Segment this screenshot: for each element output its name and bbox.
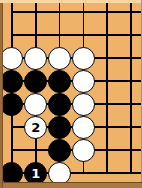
board-cell[interactable] bbox=[119, 116, 142, 139]
board-cell[interactable] bbox=[0, 24, 24, 47]
board-frame-bottom bbox=[0, 182, 142, 188]
board-cell[interactable] bbox=[95, 139, 119, 162]
board-cell[interactable] bbox=[71, 47, 95, 70]
board-cell[interactable] bbox=[71, 93, 95, 116]
board-cell[interactable] bbox=[24, 24, 48, 47]
move-number: 2 bbox=[31, 121, 40, 134]
board-cell[interactable] bbox=[0, 70, 24, 93]
board-cell[interactable] bbox=[0, 139, 24, 162]
white-stone bbox=[72, 70, 95, 93]
white-stone bbox=[72, 139, 95, 162]
white-stone bbox=[0, 47, 23, 70]
board-cell[interactable] bbox=[48, 116, 72, 139]
white-stone bbox=[24, 47, 47, 70]
board-intersections: 21 bbox=[0, 1, 142, 185]
black-stone bbox=[48, 93, 71, 116]
board-cell[interactable] bbox=[119, 47, 142, 70]
board-cell[interactable] bbox=[95, 47, 119, 70]
black-stone bbox=[0, 93, 23, 116]
board-cell[interactable] bbox=[0, 1, 24, 24]
board-cell[interactable] bbox=[48, 70, 72, 93]
board-cell[interactable] bbox=[48, 47, 72, 70]
black-stone bbox=[0, 70, 23, 93]
white-stone bbox=[48, 47, 71, 70]
board-cell[interactable] bbox=[95, 116, 119, 139]
board-cell[interactable] bbox=[71, 116, 95, 139]
go-diagram: 21 bbox=[0, 0, 142, 188]
board-cell[interactable] bbox=[48, 24, 72, 47]
board-frame-top bbox=[0, 0, 142, 3]
white-stone bbox=[72, 116, 95, 139]
board-cell[interactable] bbox=[48, 1, 72, 24]
board-cell[interactable] bbox=[95, 93, 119, 116]
board-cell[interactable] bbox=[24, 1, 48, 24]
board-cell[interactable] bbox=[24, 70, 48, 93]
board-cell[interactable] bbox=[71, 139, 95, 162]
board-cell[interactable] bbox=[24, 93, 48, 116]
white-stone bbox=[24, 93, 47, 116]
board-cell[interactable] bbox=[119, 1, 142, 24]
black-stone bbox=[48, 139, 71, 162]
board-cell[interactable] bbox=[48, 139, 72, 162]
board-cell[interactable] bbox=[0, 47, 24, 70]
board-cell[interactable] bbox=[71, 24, 95, 47]
go-board: 21 bbox=[0, 0, 142, 188]
board-cell[interactable] bbox=[119, 24, 142, 47]
board-cell[interactable] bbox=[48, 93, 72, 116]
board-cell[interactable] bbox=[119, 139, 142, 162]
board-cell[interactable]: 2 bbox=[24, 116, 48, 139]
board-cell[interactable] bbox=[71, 70, 95, 93]
board-cell[interactable] bbox=[119, 70, 142, 93]
board-cell[interactable] bbox=[119, 93, 142, 116]
board-frame-right bbox=[141, 0, 142, 188]
board-cell[interactable] bbox=[0, 93, 24, 116]
black-stone bbox=[48, 70, 71, 93]
board-cell[interactable] bbox=[0, 116, 24, 139]
white-stone bbox=[72, 93, 95, 116]
black-stone bbox=[24, 70, 47, 93]
white-stone: 2 bbox=[24, 116, 47, 139]
board-cell[interactable] bbox=[24, 47, 48, 70]
board-frame-left bbox=[0, 3, 3, 188]
board-cell[interactable] bbox=[71, 1, 95, 24]
board-cell[interactable] bbox=[95, 1, 119, 24]
board-cell[interactable] bbox=[24, 139, 48, 162]
move-number: 1 bbox=[31, 167, 40, 180]
black-stone bbox=[48, 116, 71, 139]
board-cell[interactable] bbox=[95, 70, 119, 93]
board-cell[interactable] bbox=[95, 24, 119, 47]
white-stone bbox=[72, 47, 95, 70]
